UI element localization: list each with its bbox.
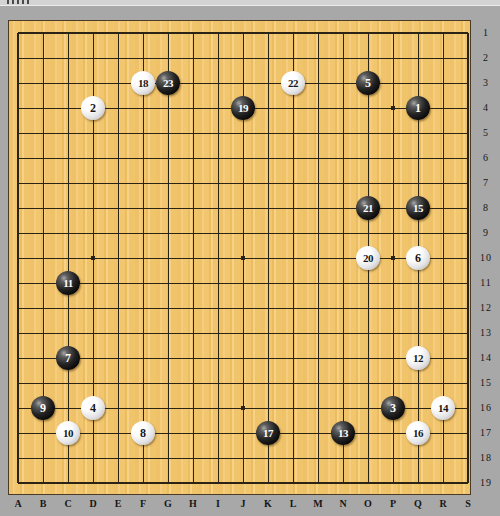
column-label-O: O xyxy=(358,497,378,510)
row-label-19: 19 xyxy=(472,476,500,489)
row-label-6: 6 xyxy=(472,151,500,164)
row-label-16: 16 xyxy=(472,401,500,414)
star-point-J10 xyxy=(241,256,246,261)
stone-black-17: 17 xyxy=(256,421,280,445)
stone-white-14: 14 xyxy=(431,396,455,420)
row-label-12: 12 xyxy=(472,301,500,314)
move-number: 8 xyxy=(140,427,146,439)
move-number: 7 xyxy=(65,352,71,364)
move-number: 14 xyxy=(438,403,448,414)
column-label-C: C xyxy=(58,497,78,510)
row-label-5: 5 xyxy=(472,126,500,139)
stone-black-3: 3 xyxy=(381,396,405,420)
move-number: 4 xyxy=(90,402,96,414)
move-number: 23 xyxy=(163,78,173,89)
stone-black-7: 7 xyxy=(56,346,80,370)
star-point-J16 xyxy=(241,406,246,411)
stone-black-23: 23 xyxy=(156,71,180,95)
star-point-P4 xyxy=(391,106,396,111)
stone-black-13: 13 xyxy=(331,421,355,445)
move-number: 9 xyxy=(40,402,46,414)
star-point-D10 xyxy=(91,256,96,261)
move-number: 11 xyxy=(63,278,72,289)
column-label-J: J xyxy=(233,497,253,510)
move-number: 13 xyxy=(338,428,348,439)
stone-white-6: 6 xyxy=(406,246,430,270)
stone-white-2: 2 xyxy=(81,96,105,120)
row-label-13: 13 xyxy=(472,326,500,339)
row-label-14: 14 xyxy=(472,351,500,364)
move-number: 15 xyxy=(413,203,423,214)
row-label-3: 3 xyxy=(472,76,500,89)
column-label-R: R xyxy=(433,497,453,510)
column-label-K: K xyxy=(258,497,278,510)
column-label-M: M xyxy=(308,497,328,510)
move-number: 22 xyxy=(288,78,298,89)
column-label-E: E xyxy=(108,497,128,510)
column-label-D: D xyxy=(83,497,103,510)
column-label-H: H xyxy=(183,497,203,510)
column-label-I: I xyxy=(208,497,228,510)
row-label-17: 17 xyxy=(472,426,500,439)
stone-black-19: 19 xyxy=(231,96,255,120)
column-label-B: B xyxy=(33,497,53,510)
go-app-window: 1234567891011121314151617181920212223 AB… xyxy=(0,0,500,516)
row-label-2: 2 xyxy=(472,51,500,64)
stone-white-16: 16 xyxy=(406,421,430,445)
column-label-N: N xyxy=(333,497,353,510)
stone-white-10: 10 xyxy=(56,421,80,445)
row-label-15: 15 xyxy=(472,376,500,389)
window-top-strip xyxy=(0,0,500,6)
move-number: 3 xyxy=(390,402,396,414)
row-label-4: 4 xyxy=(472,101,500,114)
move-number: 17 xyxy=(263,428,273,439)
column-label-F: F xyxy=(133,497,153,510)
row-label-7: 7 xyxy=(472,176,500,189)
column-label-G: G xyxy=(158,497,178,510)
stone-black-9: 9 xyxy=(31,396,55,420)
stone-black-5: 5 xyxy=(356,71,380,95)
stone-black-1: 1 xyxy=(406,96,430,120)
board-grid xyxy=(9,21,470,494)
move-number: 21 xyxy=(363,203,373,214)
move-number: 6 xyxy=(415,252,421,264)
stone-black-11: 11 xyxy=(56,271,80,295)
stone-white-8: 8 xyxy=(131,421,155,445)
column-label-P: P xyxy=(383,497,403,510)
stone-white-12: 12 xyxy=(406,346,430,370)
stone-white-22: 22 xyxy=(281,71,305,95)
truncated-text-fragment xyxy=(7,0,29,4)
column-label-S: S xyxy=(458,497,478,510)
column-label-A: A xyxy=(8,497,28,510)
move-number: 18 xyxy=(138,78,148,89)
move-number: 20 xyxy=(363,253,373,264)
stone-white-18: 18 xyxy=(131,71,155,95)
column-label-Q: Q xyxy=(408,497,428,510)
column-label-L: L xyxy=(283,497,303,510)
stone-white-20: 20 xyxy=(356,246,380,270)
row-label-9: 9 xyxy=(472,226,500,239)
row-label-10: 10 xyxy=(472,251,500,264)
row-label-8: 8 xyxy=(472,201,500,214)
row-label-11: 11 xyxy=(472,276,500,289)
move-number: 1 xyxy=(415,102,421,114)
row-label-18: 18 xyxy=(472,451,500,464)
move-number: 12 xyxy=(413,353,423,364)
move-number: 19 xyxy=(238,103,248,114)
row-label-1: 1 xyxy=(472,26,500,39)
move-number: 16 xyxy=(413,428,423,439)
stone-black-15: 15 xyxy=(406,196,430,220)
stone-white-4: 4 xyxy=(81,396,105,420)
move-number: 10 xyxy=(63,428,73,439)
stone-black-21: 21 xyxy=(356,196,380,220)
move-number: 2 xyxy=(90,102,96,114)
move-number: 5 xyxy=(365,77,371,89)
go-board[interactable]: 1234567891011121314151617181920212223 xyxy=(8,20,471,495)
star-point-P10 xyxy=(391,256,396,261)
